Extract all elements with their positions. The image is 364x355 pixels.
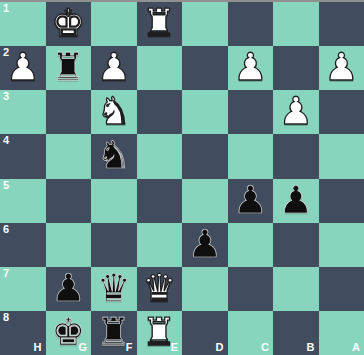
square-a7[interactable] <box>319 267 364 311</box>
square-d1[interactable] <box>182 2 228 46</box>
square-a8[interactable]: A <box>319 311 364 355</box>
square-c1[interactable] <box>228 2 274 46</box>
square-e2[interactable] <box>137 46 183 90</box>
black-pawn-piece[interactable]: ♟ <box>233 181 267 219</box>
white-rook-piece[interactable]: ♜ <box>142 4 176 42</box>
black-pawn-piece[interactable]: ♟ <box>188 225 222 263</box>
square-d5[interactable] <box>182 179 228 223</box>
square-d3[interactable] <box>182 90 228 134</box>
white-knight-piece[interactable]: ♞ <box>97 92 131 130</box>
square-d8[interactable]: D <box>182 311 228 355</box>
black-king-piece[interactable]: ♚ <box>51 313 85 351</box>
rank-label: 5 <box>3 180 9 191</box>
square-e1[interactable]: ♜ <box>137 2 183 46</box>
square-h7[interactable]: 7 <box>0 267 46 311</box>
rank-label: 8 <box>3 312 9 323</box>
square-f4[interactable]: ♞ <box>91 134 137 178</box>
square-g4[interactable] <box>46 134 92 178</box>
square-g8[interactable]: G♚ <box>46 311 92 355</box>
rank-label: 3 <box>3 91 9 102</box>
square-f1[interactable] <box>91 2 137 46</box>
square-c6[interactable] <box>228 223 274 267</box>
white-pawn-piece[interactable]: ♟ <box>233 48 267 86</box>
chess-board: 1♚♜2♟♜♟♟♟3♞♟4♞5♟♟6♟7♟♛♛8HG♚F♜E♜DCBA <box>0 2 364 355</box>
white-pawn-piece[interactable]: ♟ <box>97 48 131 86</box>
file-label: A <box>352 342 360 353</box>
white-king-piece[interactable]: ♚ <box>51 4 85 42</box>
square-g2[interactable]: ♜ <box>46 46 92 90</box>
file-label: C <box>261 342 269 353</box>
square-d6[interactable]: ♟ <box>182 223 228 267</box>
square-c3[interactable] <box>228 90 274 134</box>
square-b6[interactable] <box>273 223 319 267</box>
square-f2[interactable]: ♟ <box>91 46 137 90</box>
square-h5[interactable]: 5 <box>0 179 46 223</box>
square-h2[interactable]: 2♟ <box>0 46 46 90</box>
file-label: D <box>216 342 224 353</box>
square-a1[interactable] <box>319 2 364 46</box>
square-b2[interactable] <box>273 46 319 90</box>
square-c5[interactable]: ♟ <box>228 179 274 223</box>
square-c2[interactable]: ♟ <box>228 46 274 90</box>
square-f8[interactable]: F♜ <box>91 311 137 355</box>
rank-label: 4 <box>3 135 9 146</box>
square-b3[interactable]: ♟ <box>273 90 319 134</box>
black-pawn-piece[interactable]: ♟ <box>279 181 313 219</box>
square-h1[interactable]: 1 <box>0 2 46 46</box>
chess-app: 1♚♜2♟♜♟♟♟3♞♟4♞5♟♟6♟7♟♛♛8HG♚F♜E♜DCBA <box>0 0 364 355</box>
square-d2[interactable] <box>182 46 228 90</box>
square-e3[interactable] <box>137 90 183 134</box>
square-h3[interactable]: 3 <box>0 90 46 134</box>
square-a5[interactable] <box>319 179 364 223</box>
rank-label: 6 <box>3 224 9 235</box>
white-rook-piece[interactable]: ♜ <box>142 313 176 351</box>
black-queen-piece[interactable]: ♛ <box>97 269 131 307</box>
square-f3[interactable]: ♞ <box>91 90 137 134</box>
square-f7[interactable]: ♛ <box>91 267 137 311</box>
black-knight-piece[interactable]: ♞ <box>97 136 131 174</box>
square-f6[interactable] <box>91 223 137 267</box>
square-e4[interactable] <box>137 134 183 178</box>
square-g6[interactable] <box>46 223 92 267</box>
square-b5[interactable]: ♟ <box>273 179 319 223</box>
square-g5[interactable] <box>46 179 92 223</box>
square-b4[interactable] <box>273 134 319 178</box>
square-d7[interactable] <box>182 267 228 311</box>
square-a6[interactable] <box>319 223 364 267</box>
square-a3[interactable] <box>319 90 364 134</box>
white-pawn-piece[interactable]: ♟ <box>6 48 40 86</box>
black-pawn-piece[interactable]: ♟ <box>51 269 85 307</box>
square-b1[interactable] <box>273 2 319 46</box>
square-e8[interactable]: E♜ <box>137 311 183 355</box>
square-f5[interactable] <box>91 179 137 223</box>
square-a4[interactable] <box>319 134 364 178</box>
square-e7[interactable]: ♛ <box>137 267 183 311</box>
square-b8[interactable]: B <box>273 311 319 355</box>
square-c8[interactable]: C <box>228 311 274 355</box>
square-e5[interactable] <box>137 179 183 223</box>
square-g3[interactable] <box>46 90 92 134</box>
file-label: H <box>34 342 42 353</box>
white-pawn-piece[interactable]: ♟ <box>324 48 358 86</box>
square-c4[interactable] <box>228 134 274 178</box>
rank-label: 1 <box>3 3 9 14</box>
square-h8[interactable]: 8H <box>0 311 46 355</box>
square-a2[interactable]: ♟ <box>319 46 364 90</box>
file-label: B <box>307 342 315 353</box>
white-queen-piece[interactable]: ♛ <box>142 269 176 307</box>
square-e6[interactable] <box>137 223 183 267</box>
square-b7[interactable] <box>273 267 319 311</box>
white-pawn-piece[interactable]: ♟ <box>279 92 313 130</box>
square-h6[interactable]: 6 <box>0 223 46 267</box>
square-g7[interactable]: ♟ <box>46 267 92 311</box>
black-rook-piece[interactable]: ♜ <box>51 48 85 86</box>
square-d4[interactable] <box>182 134 228 178</box>
square-g1[interactable]: ♚ <box>46 2 92 46</box>
black-rook-piece[interactable]: ♜ <box>97 313 131 351</box>
square-h4[interactable]: 4 <box>0 134 46 178</box>
square-c7[interactable] <box>228 267 274 311</box>
rank-label: 7 <box>3 268 9 279</box>
